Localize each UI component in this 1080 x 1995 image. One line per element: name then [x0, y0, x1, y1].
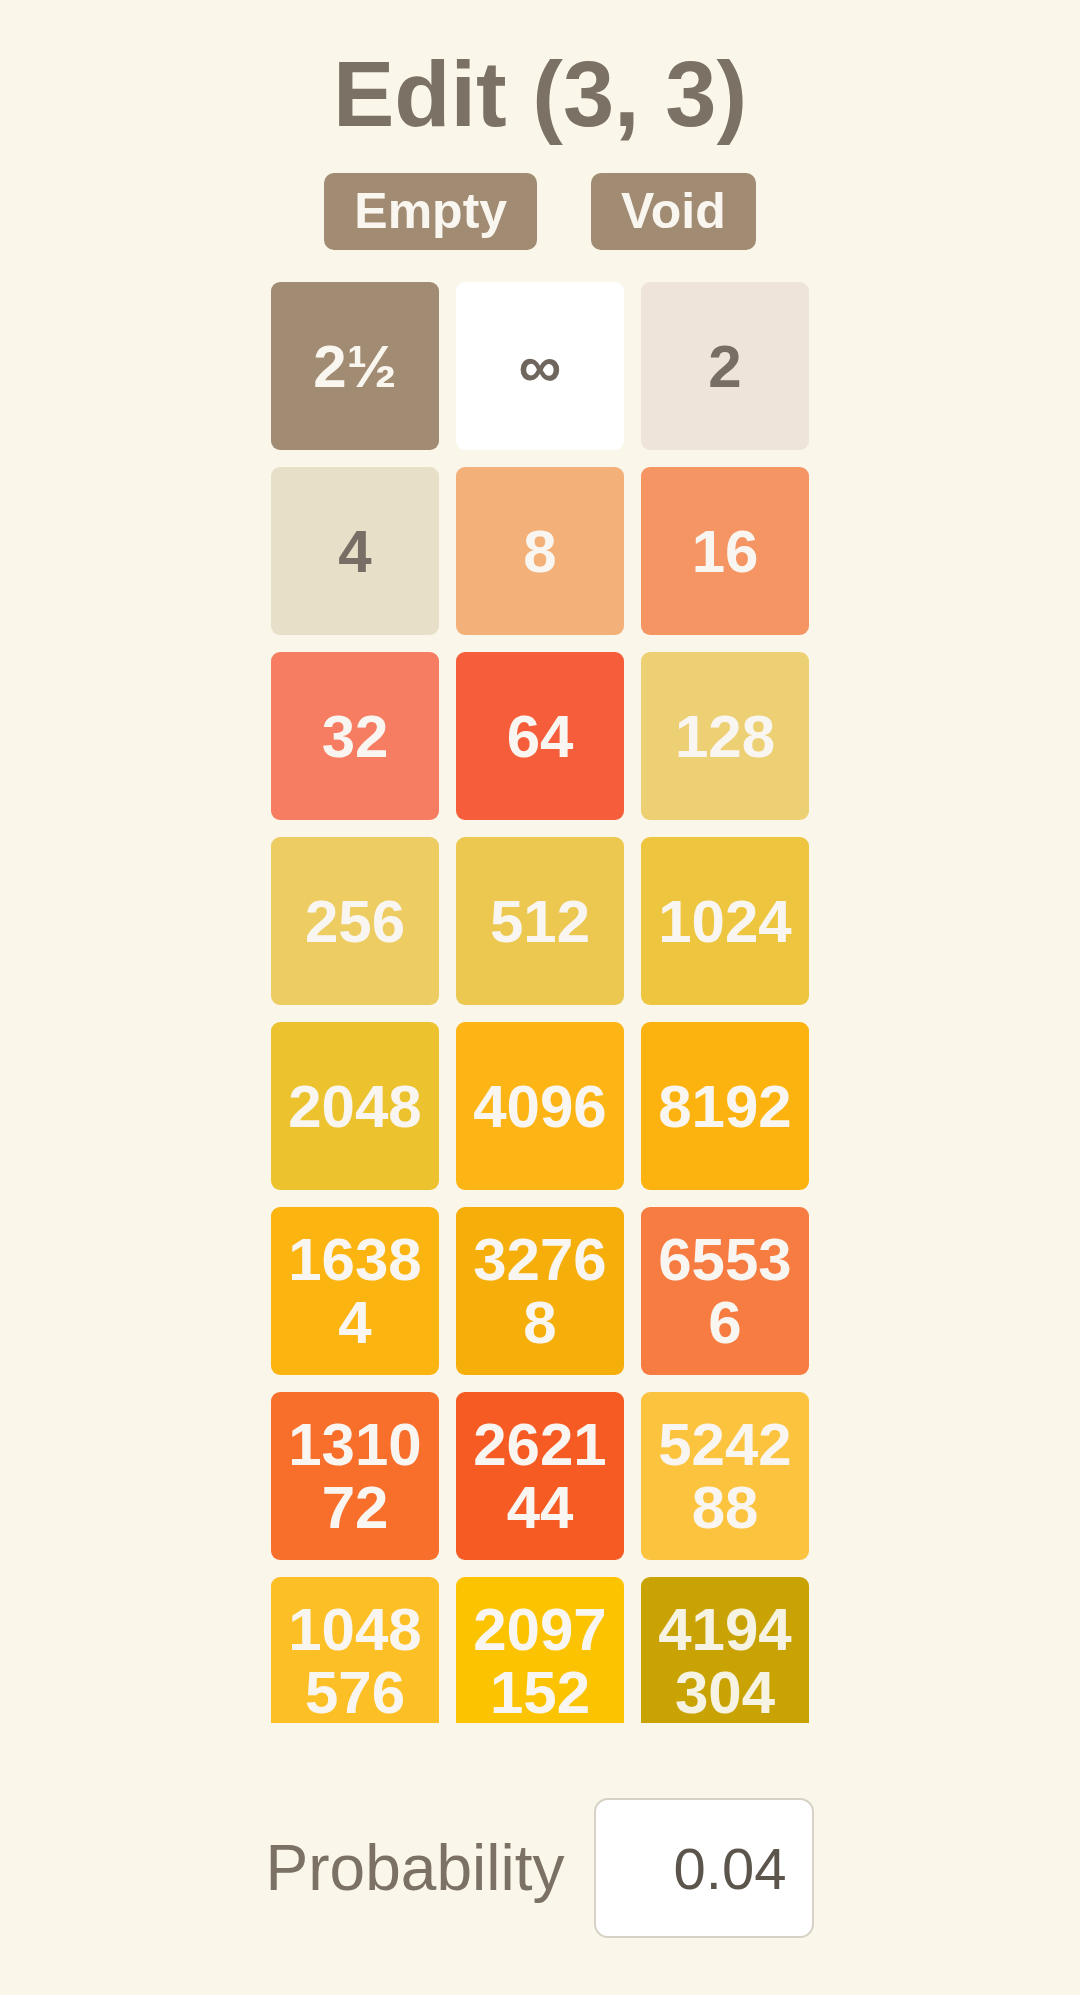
tile-option-16[interactable]: 16 [641, 467, 809, 635]
tile-picker-viewport[interactable]: 2½∞2481632641282565121024204840968192163… [271, 282, 809, 1723]
tile-option-65536[interactable]: 65536 [641, 1207, 809, 1375]
tile-option-524288[interactable]: 524288 [641, 1392, 809, 1560]
tile-option-4096[interactable]: 4096 [456, 1022, 624, 1190]
tile-option-131072[interactable]: 131072 [271, 1392, 439, 1560]
tile-option-1024[interactable]: 1024 [641, 837, 809, 1005]
tile-option-64[interactable]: 64 [456, 652, 624, 820]
probability-label: Probability [266, 1831, 565, 1905]
page-title: Edit (3, 3) [0, 44, 1080, 145]
tile-option-8192[interactable]: 8192 [641, 1022, 809, 1190]
tile-option-infinity[interactable]: ∞ [456, 282, 624, 450]
probability-row: Probability [0, 1798, 1080, 1938]
tile-option-128[interactable]: 128 [641, 652, 809, 820]
tile-option-32768[interactable]: 32768 [456, 1207, 624, 1375]
empty-button[interactable]: Empty [324, 173, 537, 250]
tile-option-4194304[interactable]: 4194304 [641, 1577, 809, 1723]
tile-picker-grid: 2½∞2481632641282565121024204840968192163… [271, 282, 809, 1723]
tile-option-8[interactable]: 8 [456, 467, 624, 635]
tile-option-16384[interactable]: 16384 [271, 1207, 439, 1375]
tile-option-2-half-selected[interactable]: 2½ [271, 282, 439, 450]
tile-option-262144[interactable]: 262144 [456, 1392, 624, 1560]
tile-option-4[interactable]: 4 [271, 467, 439, 635]
tile-option-2[interactable]: 2 [641, 282, 809, 450]
mode-button-row: Empty Void [0, 173, 1080, 250]
probability-input[interactable] [594, 1798, 814, 1938]
tile-option-512[interactable]: 512 [456, 837, 624, 1005]
tile-option-256[interactable]: 256 [271, 837, 439, 1005]
tile-option-32[interactable]: 32 [271, 652, 439, 820]
tile-option-2097152[interactable]: 2097152 [456, 1577, 624, 1723]
tile-option-1048576[interactable]: 1048576 [271, 1577, 439, 1723]
void-button[interactable]: Void [591, 173, 756, 250]
tile-option-2048[interactable]: 2048 [271, 1022, 439, 1190]
